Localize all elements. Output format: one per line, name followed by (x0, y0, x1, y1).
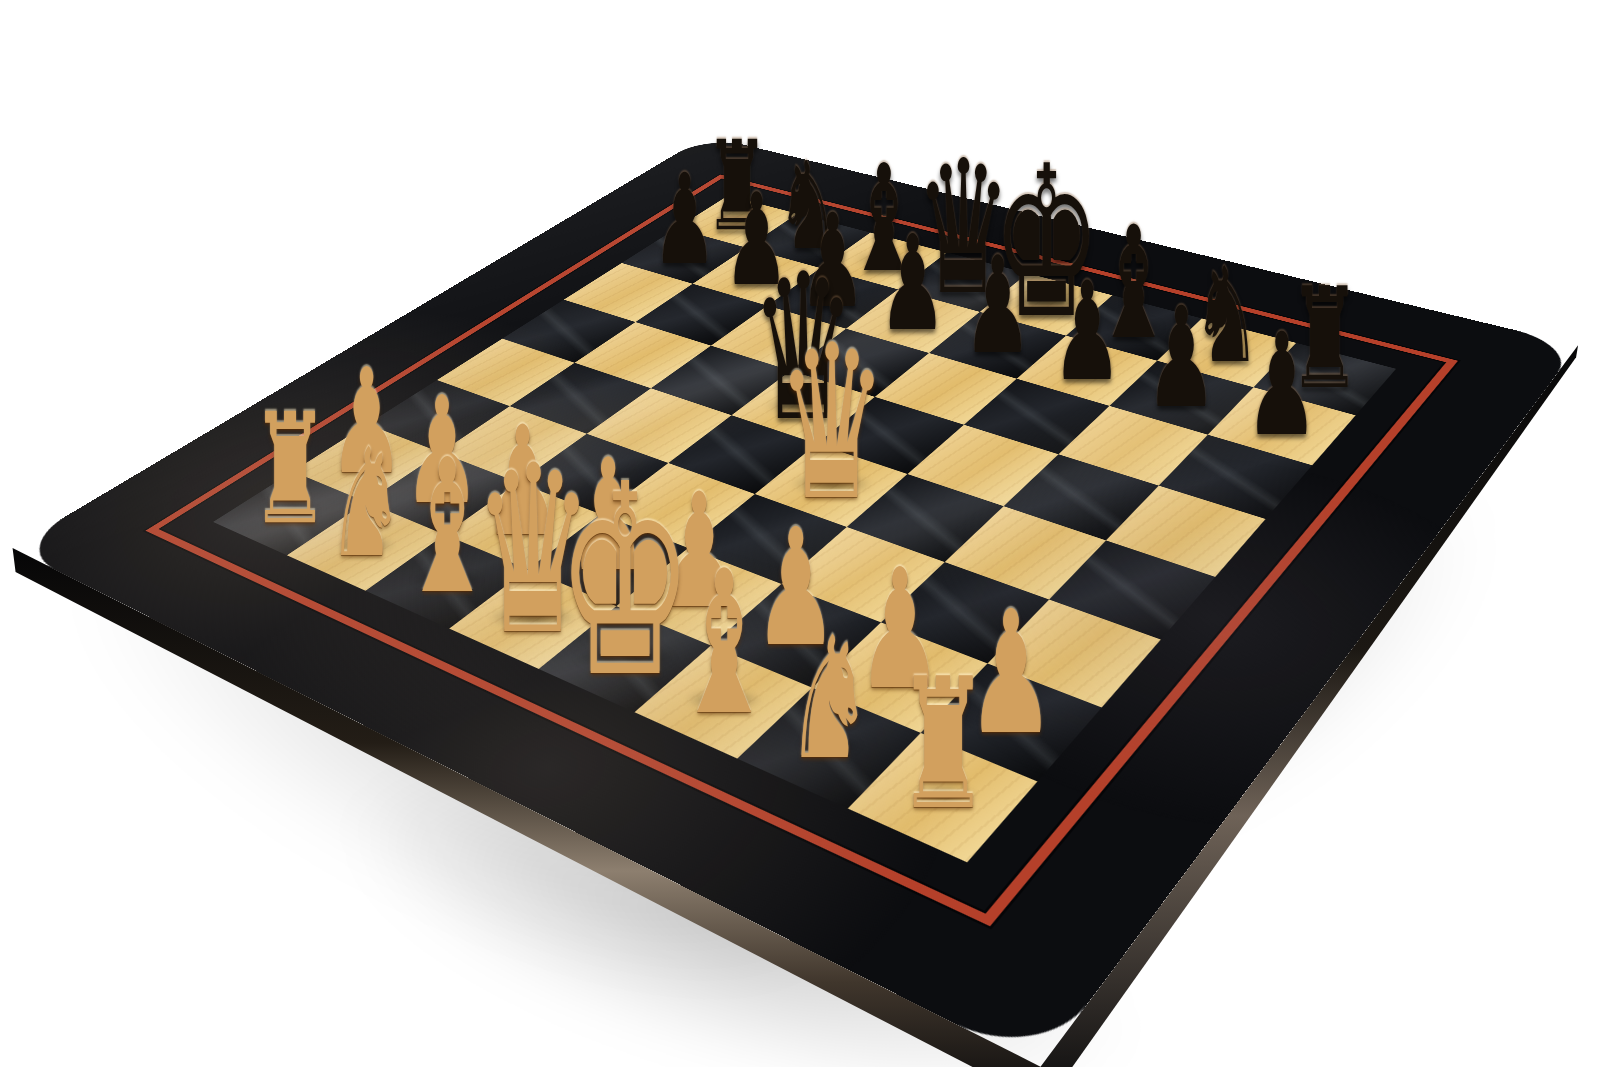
photo-stage: ♜♞♝♛♚♝♞♜♟♟♟♟♟♟♟♟♛♛♟♟♟♟♟♟♟♟♜♞♝♛♚♝♞♜ (0, 0, 1600, 1067)
black-pawn-f7[interactable]: ♟ (1048, 264, 1127, 400)
black-pawn-e7[interactable]: ♟ (959, 240, 1037, 374)
black-pawn-g7[interactable]: ♟ (1141, 289, 1222, 428)
white-rook-h1[interactable]: ♜ (891, 655, 996, 836)
black-pawn-h7[interactable]: ♟ (1241, 315, 1323, 457)
white-bishop-f1[interactable]: ♝ (666, 545, 781, 743)
white-knight-g1[interactable]: ♞ (780, 615, 878, 784)
scene: ♜♞♝♛♚♝♞♜♟♟♟♟♟♟♟♟♛♛♟♟♟♟♟♟♟♟♜♞♝♛♚♝♞♜ (0, 0, 1600, 1067)
white-rook-a1[interactable]: ♜ (246, 393, 335, 546)
black-pawn-a7[interactable]: ♟ (648, 158, 721, 283)
